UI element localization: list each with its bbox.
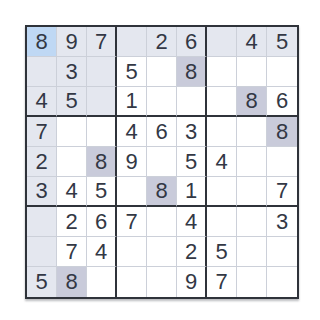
cell-r6c9[interactable]: 7 (267, 177, 297, 207)
cell-r2c7[interactable] (207, 57, 237, 87)
cell-r8c7[interactable]: 5 (207, 237, 237, 267)
cell-r6c6[interactable]: 1 (177, 177, 207, 207)
cell-r2c8[interactable] (237, 57, 267, 87)
cell-r3c6[interactable] (177, 87, 207, 117)
sudoku-app: 8972645358451867463828954345817267437425… (0, 0, 320, 320)
cell-r8c5[interactable] (147, 237, 177, 267)
cell-r8c3[interactable]: 4 (87, 237, 117, 267)
cell-r1c6[interactable]: 6 (177, 27, 207, 57)
cell-r4c3[interactable] (87, 117, 117, 147)
cell-r5c4[interactable]: 9 (117, 147, 147, 177)
cell-r7c1[interactable] (27, 207, 57, 237)
cell-r8c9[interactable] (267, 237, 297, 267)
cell-r8c6[interactable]: 2 (177, 237, 207, 267)
cell-r9c4[interactable] (117, 267, 147, 297)
cell-r2c9[interactable] (267, 57, 297, 87)
cell-r1c8[interactable]: 4 (237, 27, 267, 57)
cell-r5c7[interactable]: 4 (207, 147, 237, 177)
cell-r2c4[interactable]: 5 (117, 57, 147, 87)
cell-r4c9[interactable]: 8 (267, 117, 297, 147)
cell-r6c5[interactable]: 8 (147, 177, 177, 207)
cell-r3c8[interactable]: 8 (237, 87, 267, 117)
cell-r9c2[interactable]: 8 (57, 267, 87, 297)
cell-r7c4[interactable]: 7 (117, 207, 147, 237)
cell-r7c2[interactable]: 2 (57, 207, 87, 237)
cell-r3c4[interactable]: 1 (117, 87, 147, 117)
cell-r2c1[interactable] (27, 57, 57, 87)
cell-r3c2[interactable]: 5 (57, 87, 87, 117)
cell-r5c8[interactable] (237, 147, 267, 177)
cell-r2c6[interactable]: 8 (177, 57, 207, 87)
cell-r8c4[interactable] (117, 237, 147, 267)
sudoku-board: 8972645358451867463828954345817267437425… (25, 25, 299, 299)
cell-r1c2[interactable]: 9 (57, 27, 87, 57)
cell-r6c4[interactable] (117, 177, 147, 207)
cell-r6c8[interactable] (237, 177, 267, 207)
cell-r5c6[interactable]: 5 (177, 147, 207, 177)
cell-r8c1[interactable] (27, 237, 57, 267)
cell-r5c3[interactable]: 8 (87, 147, 117, 177)
cell-r9c6[interactable]: 9 (177, 267, 207, 297)
cell-r1c7[interactable] (207, 27, 237, 57)
cell-r1c4[interactable] (117, 27, 147, 57)
cell-r4c6[interactable]: 3 (177, 117, 207, 147)
cell-r9c8[interactable] (237, 267, 267, 297)
cell-r6c3[interactable]: 5 (87, 177, 117, 207)
cell-r4c1[interactable]: 7 (27, 117, 57, 147)
cell-r9c9[interactable] (267, 267, 297, 297)
cell-r7c9[interactable]: 3 (267, 207, 297, 237)
cell-r3c1[interactable]: 4 (27, 87, 57, 117)
cell-r4c4[interactable]: 4 (117, 117, 147, 147)
cell-r4c2[interactable] (57, 117, 87, 147)
cell-r6c2[interactable]: 4 (57, 177, 87, 207)
cell-r5c2[interactable] (57, 147, 87, 177)
cell-r1c3[interactable]: 7 (87, 27, 117, 57)
cell-r7c8[interactable] (237, 207, 267, 237)
cell-r9c3[interactable] (87, 267, 117, 297)
cell-r1c1[interactable]: 8 (27, 27, 57, 57)
cell-r5c5[interactable] (147, 147, 177, 177)
cell-r4c5[interactable]: 6 (147, 117, 177, 147)
cell-r7c7[interactable] (207, 207, 237, 237)
cell-r7c6[interactable]: 4 (177, 207, 207, 237)
cell-r4c8[interactable] (237, 117, 267, 147)
cell-r8c2[interactable]: 7 (57, 237, 87, 267)
cell-r7c3[interactable]: 6 (87, 207, 117, 237)
cell-r3c9[interactable]: 6 (267, 87, 297, 117)
cell-r5c1[interactable]: 2 (27, 147, 57, 177)
cell-r3c5[interactable] (147, 87, 177, 117)
cell-r9c5[interactable] (147, 267, 177, 297)
cell-r9c7[interactable]: 7 (207, 267, 237, 297)
cell-r6c7[interactable] (207, 177, 237, 207)
cell-r9c1[interactable]: 5 (27, 267, 57, 297)
cell-r8c8[interactable] (237, 237, 267, 267)
cell-r2c2[interactable]: 3 (57, 57, 87, 87)
cell-r7c5[interactable] (147, 207, 177, 237)
cell-r2c5[interactable] (147, 57, 177, 87)
cell-r3c3[interactable] (87, 87, 117, 117)
cell-r5c9[interactable] (267, 147, 297, 177)
cell-r1c5[interactable]: 2 (147, 27, 177, 57)
cell-r1c9[interactable]: 5 (267, 27, 297, 57)
cell-r6c1[interactable]: 3 (27, 177, 57, 207)
cell-r4c7[interactable] (207, 117, 237, 147)
cell-r3c7[interactable] (207, 87, 237, 117)
cell-r2c3[interactable] (87, 57, 117, 87)
